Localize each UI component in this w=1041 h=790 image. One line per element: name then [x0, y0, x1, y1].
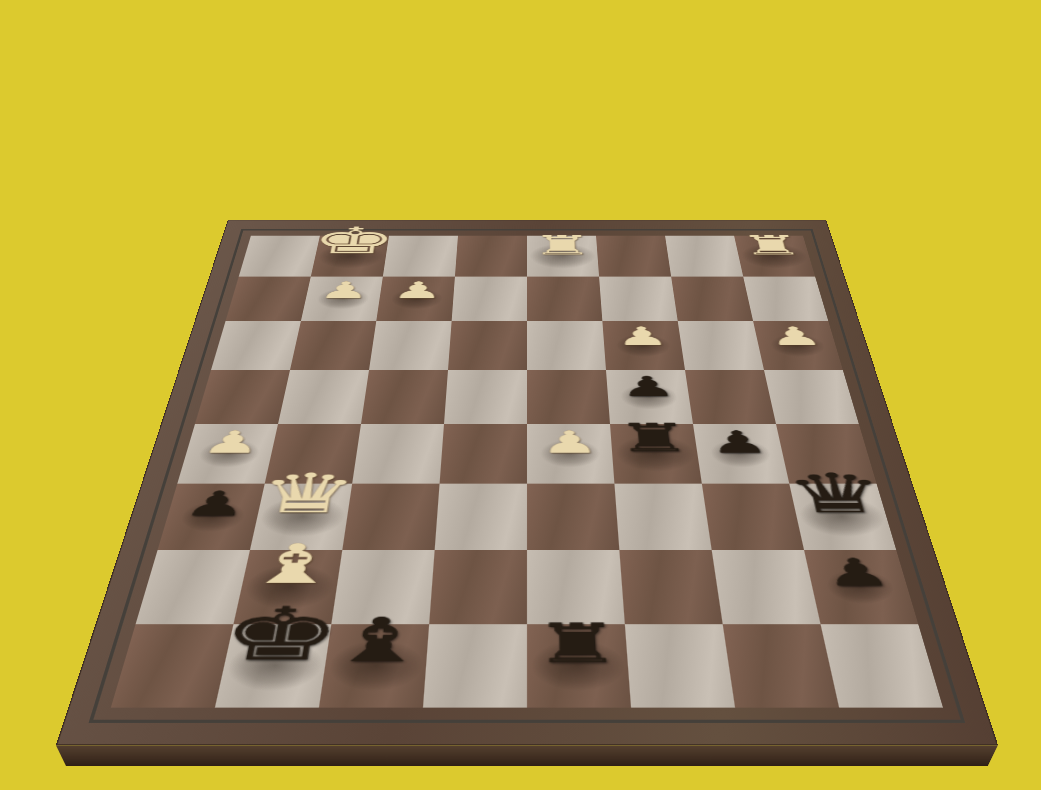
square-h6[interactable]	[158, 484, 265, 550]
square-c7[interactable]	[619, 550, 722, 624]
square-a6[interactable]	[789, 484, 896, 550]
square-h4[interactable]	[195, 370, 290, 424]
square-f3[interactable]	[369, 321, 452, 370]
square-b8[interactable]	[723, 624, 839, 708]
square-b6[interactable]	[702, 484, 804, 550]
square-g7[interactable]	[233, 550, 342, 624]
square-d8[interactable]	[527, 624, 631, 708]
square-c1[interactable]	[596, 236, 671, 277]
square-f4[interactable]	[361, 370, 448, 424]
square-e1[interactable]	[455, 236, 527, 277]
square-a4[interactable]	[764, 370, 859, 424]
square-b2[interactable]	[671, 277, 753, 322]
white-pawn-glyph: ♟	[614, 323, 670, 348]
square-g8[interactable]	[215, 624, 331, 708]
square-a8[interactable]	[821, 624, 944, 708]
square-c6[interactable]	[614, 484, 711, 550]
square-b1[interactable]	[665, 236, 743, 277]
white-rook-glyph: ♜	[531, 232, 594, 259]
chess-board: ♚♜♜♟♟♟♟♟♟♛♝♚♝♜♜♛♟♟♟♟	[56, 220, 998, 745]
white-rook-glyph: ♜	[737, 232, 806, 259]
square-d2[interactable]	[527, 277, 602, 322]
square-f8[interactable]	[319, 624, 429, 708]
white-king-glyph: ♚	[307, 222, 398, 258]
square-a2[interactable]	[743, 277, 828, 322]
square-e3[interactable]	[448, 321, 527, 370]
white-pawn-glyph: ♟	[317, 279, 372, 302]
square-a7[interactable]	[804, 550, 918, 624]
white-pawn-glyph: ♟	[391, 279, 444, 302]
square-h8[interactable]	[111, 624, 234, 708]
square-f7[interactable]	[331, 550, 434, 624]
square-e7[interactable]	[429, 550, 527, 624]
square-c2[interactable]	[599, 277, 678, 322]
square-e4[interactable]	[444, 370, 527, 424]
square-d4[interactable]	[527, 370, 610, 424]
square-h3[interactable]	[211, 321, 301, 370]
square-c8[interactable]	[625, 624, 735, 708]
square-d3[interactable]	[527, 321, 606, 370]
square-g3[interactable]	[290, 321, 376, 370]
square-e6[interactable]	[435, 484, 527, 550]
square-d7[interactable]	[527, 550, 625, 624]
square-d6[interactable]	[527, 484, 619, 550]
square-e8[interactable]	[423, 624, 527, 708]
square-b3[interactable]	[678, 321, 764, 370]
square-h7[interactable]	[136, 550, 250, 624]
square-f6[interactable]	[342, 484, 439, 550]
square-e2[interactable]	[452, 277, 527, 322]
square-b7[interactable]	[712, 550, 821, 624]
square-e5[interactable]	[440, 424, 527, 484]
square-g6[interactable]	[250, 484, 352, 550]
square-g4[interactable]	[278, 370, 369, 424]
board-front-edge	[56, 745, 998, 766]
square-b4[interactable]	[685, 370, 776, 424]
scene-background: ♚♜♜♟♟♟♟♟♟♛♝♚♝♜♜♛♟♟♟♟	[0, 0, 1041, 790]
white-pawn-glyph: ♟	[765, 323, 824, 348]
black-pawn-glyph: ♟	[618, 373, 677, 401]
square-f5[interactable]	[352, 424, 444, 484]
square-h2[interactable]	[226, 277, 311, 322]
